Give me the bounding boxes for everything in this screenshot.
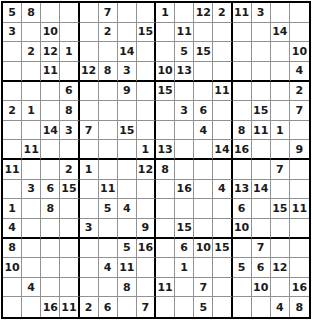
- grid-cell-empty[interactable]: [271, 140, 290, 160]
- grid-cell-given: 11: [252, 121, 271, 141]
- grid-cell-empty[interactable]: [175, 3, 194, 23]
- grid-cell-empty[interactable]: [137, 82, 156, 102]
- grid-cell-empty[interactable]: [233, 82, 252, 102]
- grid-cell-empty[interactable]: [22, 62, 41, 82]
- grid-cell-empty[interactable]: [3, 297, 22, 317]
- grid-cell-empty[interactable]: [60, 199, 79, 219]
- grid-cell-empty[interactable]: [290, 258, 309, 278]
- grid-cell-empty[interactable]: [175, 121, 194, 141]
- grid-cell-empty[interactable]: [175, 199, 194, 219]
- grid-cell-empty[interactable]: [41, 160, 60, 180]
- grid-cell-given: 4: [3, 219, 22, 239]
- grid-cell-given: 4: [118, 199, 137, 219]
- grid-cell-empty[interactable]: [271, 219, 290, 239]
- grid-cell-given: 1: [22, 101, 41, 121]
- grid-cell-given: 14: [271, 23, 290, 43]
- grid-cell-given: 11: [3, 160, 22, 180]
- grid-cell-empty[interactable]: [99, 160, 118, 180]
- grid-cell-empty[interactable]: [41, 278, 60, 298]
- grid-cell-empty[interactable]: [290, 160, 309, 180]
- grid-cell-given: 4: [99, 258, 118, 278]
- grid-cell-empty[interactable]: [233, 23, 252, 43]
- grid-cell-empty[interactable]: [213, 23, 232, 43]
- grid-cell-given: 16: [41, 297, 60, 317]
- grid-cell-empty[interactable]: [156, 258, 175, 278]
- grid-cell-given: 7: [271, 160, 290, 180]
- grid-cell-empty[interactable]: [194, 62, 213, 82]
- grid-cell-empty[interactable]: [156, 101, 175, 121]
- grid-cell-empty[interactable]: [194, 140, 213, 160]
- grid-cell-given: 1: [175, 258, 194, 278]
- grid-cell-empty[interactable]: [3, 278, 22, 298]
- grid-cell-given: 6: [99, 297, 118, 317]
- grid-cell-empty[interactable]: [137, 199, 156, 219]
- grid-cell-given: 9: [118, 82, 137, 102]
- grid-cell-given: 6: [233, 199, 252, 219]
- grid-cell-empty[interactable]: [271, 62, 290, 82]
- grid-cell-empty[interactable]: [99, 101, 118, 121]
- grid-cell-empty[interactable]: [22, 160, 41, 180]
- grid-cell-empty[interactable]: [99, 121, 118, 141]
- grid-cell-empty[interactable]: [137, 3, 156, 23]
- grid-cell-empty[interactable]: [137, 121, 156, 141]
- grid-cell-empty[interactable]: [3, 42, 22, 62]
- grid-cell-given: 15: [137, 23, 156, 43]
- grid-cell-given: 3: [3, 23, 22, 43]
- grid-cell-empty[interactable]: [80, 3, 99, 23]
- grid-cell-empty[interactable]: [118, 3, 137, 23]
- grid-cell-empty[interactable]: [137, 258, 156, 278]
- grid-cell-given: 8: [41, 199, 60, 219]
- grid-cell-given: 7: [194, 278, 213, 298]
- grid-cell-empty[interactable]: [3, 180, 22, 200]
- grid-cell-given: 6: [175, 239, 194, 259]
- grid-cell-given: 14: [118, 42, 137, 62]
- grid-cell-empty[interactable]: [118, 180, 137, 200]
- grid-cell-given: 1: [137, 140, 156, 160]
- grid-cell-given: 1: [271, 121, 290, 141]
- grid-cell-given: 10: [194, 239, 213, 259]
- grid-cell-empty[interactable]: [156, 42, 175, 62]
- grid-cell-empty[interactable]: [290, 219, 309, 239]
- grid-cell-given: 5: [3, 3, 22, 23]
- grid-cell-empty[interactable]: [3, 62, 22, 82]
- grid-cell-given: 16: [290, 278, 309, 298]
- grid-cell-empty[interactable]: [3, 121, 22, 141]
- grid-cell-given: 11: [60, 297, 79, 317]
- grid-cell-empty[interactable]: [194, 258, 213, 278]
- grid-cell-given: 8: [22, 3, 41, 23]
- grid-cell-given: 2: [22, 42, 41, 62]
- grid-cell-empty[interactable]: [60, 258, 79, 278]
- grid-cell-given: 11: [118, 258, 137, 278]
- grid-cell-empty[interactable]: [22, 199, 41, 219]
- grid-cell-given: 1: [60, 42, 79, 62]
- grid-cell-empty[interactable]: [60, 278, 79, 298]
- grid-cell-empty[interactable]: [290, 121, 309, 141]
- grid-cell-given: 8: [3, 239, 22, 259]
- grid-cell-empty[interactable]: [156, 239, 175, 259]
- grid-cell-empty[interactable]: [213, 297, 232, 317]
- grid-cell-given: 12: [271, 258, 290, 278]
- grid-cell-given: 1: [156, 3, 175, 23]
- grid-cell-empty[interactable]: [213, 219, 232, 239]
- grid-cell-empty[interactable]: [80, 101, 99, 121]
- grid-cell-empty[interactable]: [99, 82, 118, 102]
- grid-cell-given: 10: [252, 278, 271, 298]
- grid-cell-empty[interactable]: [137, 101, 156, 121]
- grid-cell-given: 2: [3, 101, 22, 121]
- grid-cell-given: 16: [175, 180, 194, 200]
- grid-cell-empty[interactable]: [252, 219, 271, 239]
- grid-cell-empty[interactable]: [118, 160, 137, 180]
- grid-cell-given: 2: [213, 3, 232, 23]
- grid-cell-given: 11: [213, 82, 232, 102]
- grid-cell-empty[interactable]: [99, 239, 118, 259]
- grid-cell-empty[interactable]: [60, 23, 79, 43]
- grid-cell-given: 3: [60, 121, 79, 141]
- grid-cell-given: 10: [41, 23, 60, 43]
- grid-cell-empty[interactable]: [252, 140, 271, 160]
- grid-cell-given: 6: [41, 180, 60, 200]
- grid-cell-empty[interactable]: [271, 3, 290, 23]
- grid-cell-given: 14: [252, 180, 271, 200]
- grid-cell-given: 10: [3, 258, 22, 278]
- grid-cell-empty[interactable]: [22, 258, 41, 278]
- grid-cell-given: 12: [80, 62, 99, 82]
- grid-cell-given: 11: [22, 140, 41, 160]
- grid-cell-empty[interactable]: [271, 239, 290, 259]
- grid-cell-given: 4: [213, 180, 232, 200]
- grid-cell-given: 9: [137, 219, 156, 239]
- grid-cell-empty[interactable]: [41, 101, 60, 121]
- grid-cell-empty[interactable]: [60, 239, 79, 259]
- grid-cell-empty[interactable]: [271, 278, 290, 298]
- grid-cell-empty[interactable]: [137, 42, 156, 62]
- grid-cell-given: 2: [60, 160, 79, 180]
- grid-cell-empty[interactable]: [156, 180, 175, 200]
- grid-cell-empty[interactable]: [80, 258, 99, 278]
- grid-cell-given: 5: [99, 199, 118, 219]
- grid-cell-given: 12: [41, 42, 60, 62]
- grid-cell-given: 2: [80, 297, 99, 317]
- grid-cell-empty[interactable]: [80, 199, 99, 219]
- grid-cell-empty[interactable]: [3, 82, 22, 102]
- grid-cell-given: 15: [118, 121, 137, 141]
- grid-cell-empty[interactable]: [213, 258, 232, 278]
- grid-cell-given: 3: [80, 219, 99, 239]
- grid-cell-given: 16: [233, 140, 252, 160]
- grid-cell-given: 15: [271, 199, 290, 219]
- grid-cell-given: 1: [80, 160, 99, 180]
- grid-cell-empty[interactable]: [118, 297, 137, 317]
- grid-cell-empty[interactable]: [290, 180, 309, 200]
- grid-cell-given: 6: [194, 101, 213, 121]
- grid-cell-given: 5: [118, 239, 137, 259]
- grid-cell-given: 1: [3, 199, 22, 219]
- grid-cell-given: 4: [290, 62, 309, 82]
- grid-cell-empty[interactable]: [41, 258, 60, 278]
- grid-cell-given: 4: [271, 297, 290, 317]
- grid-cell-empty[interactable]: [175, 82, 194, 102]
- grid-cell-empty[interactable]: [252, 82, 271, 102]
- grid-cell-empty[interactable]: [290, 3, 309, 23]
- grid-cell-empty[interactable]: [271, 42, 290, 62]
- grid-cell-empty[interactable]: [194, 219, 213, 239]
- grid-cell-empty[interactable]: [252, 297, 271, 317]
- grid-cell-empty[interactable]: [118, 140, 137, 160]
- grid-cell-given: 15: [194, 42, 213, 62]
- grid-cell-given: 15: [252, 101, 271, 121]
- grid-cell-empty[interactable]: [213, 160, 232, 180]
- grid-cell-empty[interactable]: [290, 23, 309, 43]
- grid-cell-given: 14: [41, 121, 60, 141]
- grid-cell-empty[interactable]: [41, 219, 60, 239]
- grid-cell-empty[interactable]: [175, 160, 194, 180]
- grid-cell-empty[interactable]: [137, 278, 156, 298]
- grid-cell-given: 13: [233, 180, 252, 200]
- grid-cell-given: 11: [156, 278, 175, 298]
- grid-cell-given: 7: [290, 101, 309, 121]
- grid-cell-given: 11: [41, 62, 60, 82]
- grid-cell-empty[interactable]: [60, 3, 79, 23]
- grid-cell-empty[interactable]: [3, 140, 22, 160]
- grid-cell-given: 8: [118, 278, 137, 298]
- grid-cell-empty[interactable]: [41, 82, 60, 102]
- grid-cell-empty[interactable]: [22, 82, 41, 102]
- grid-cell-empty[interactable]: [22, 23, 41, 43]
- grid-cell-empty[interactable]: [213, 278, 232, 298]
- grid-cell-empty[interactable]: [22, 297, 41, 317]
- grid-cell-empty[interactable]: [233, 62, 252, 82]
- grid-cell-given: 13: [156, 140, 175, 160]
- grid-cell-empty[interactable]: [175, 297, 194, 317]
- grid-cell-given: 5: [175, 42, 194, 62]
- grid-cell-empty[interactable]: [271, 180, 290, 200]
- grid-cell-empty[interactable]: [118, 219, 137, 239]
- grid-cell-empty[interactable]: [175, 278, 194, 298]
- grid-cell-empty[interactable]: [137, 180, 156, 200]
- grid-cell-empty[interactable]: [22, 239, 41, 259]
- grid-cell-given: 8: [233, 121, 252, 141]
- grid-cell-empty[interactable]: [80, 82, 99, 102]
- grid-cell-empty[interactable]: [233, 278, 252, 298]
- grid-cell-given: 8: [99, 62, 118, 82]
- grid-cell-empty[interactable]: [233, 42, 252, 62]
- grid-cell-empty[interactable]: [213, 62, 232, 82]
- grid-cell-given: 11: [290, 199, 309, 219]
- grid-cell-given: 15: [213, 239, 232, 259]
- grid-cell-empty[interactable]: [271, 101, 290, 121]
- grid-cell-empty[interactable]: [213, 42, 232, 62]
- grid-cell-given: 11: [233, 3, 252, 23]
- grid-cell-empty[interactable]: [156, 219, 175, 239]
- grid-cell-empty[interactable]: [99, 219, 118, 239]
- grid-cell-given: 15: [175, 219, 194, 239]
- grid-cell-given: 4: [22, 278, 41, 298]
- grid-cell-empty[interactable]: [194, 199, 213, 219]
- grid-cell-empty[interactable]: [175, 140, 194, 160]
- grid-cell-empty[interactable]: [213, 101, 232, 121]
- grid-cell-empty[interactable]: [60, 62, 79, 82]
- grid-cell-empty[interactable]: [41, 140, 60, 160]
- grid-cell-given: 3: [252, 3, 271, 23]
- grid-cell-empty[interactable]: [252, 23, 271, 43]
- grid-cell-empty[interactable]: [233, 297, 252, 317]
- grid-cell-empty[interactable]: [80, 140, 99, 160]
- grid-cell-given: 3: [118, 62, 137, 82]
- grid-cell-empty[interactable]: [80, 278, 99, 298]
- grid-cell-empty[interactable]: [99, 42, 118, 62]
- grid-cell-given: 8: [156, 160, 175, 180]
- grid-cell-given: 8: [290, 297, 309, 317]
- grid-cell-empty[interactable]: [290, 239, 309, 259]
- sudoku-board: 5871122113310215111421211451510111283101…: [1, 1, 311, 319]
- grid-cell-empty[interactable]: [80, 239, 99, 259]
- grid-cell-empty[interactable]: [80, 180, 99, 200]
- grid-cell-given: 7: [137, 297, 156, 317]
- grid-cell-given: 15: [60, 180, 79, 200]
- grid-cell-given: 16: [137, 239, 156, 259]
- grid-cell-empty[interactable]: [99, 140, 118, 160]
- grid-cell-given: 7: [99, 3, 118, 23]
- grid-cell-given: 2: [290, 82, 309, 102]
- grid-cell-empty[interactable]: [99, 278, 118, 298]
- grid-cell-empty[interactable]: [60, 140, 79, 160]
- grid-cell-empty[interactable]: [118, 23, 137, 43]
- grid-cell-given: 7: [252, 239, 271, 259]
- grid-cell-empty[interactable]: [41, 239, 60, 259]
- grid-cell-empty[interactable]: [41, 3, 60, 23]
- grid-cell-empty[interactable]: [156, 23, 175, 43]
- grid-cell-empty[interactable]: [233, 239, 252, 259]
- grid-cell-given: 9: [290, 140, 309, 160]
- grid-cell-empty[interactable]: [118, 101, 137, 121]
- grid-cell-empty[interactable]: [156, 297, 175, 317]
- grid-cell-empty[interactable]: [22, 219, 41, 239]
- grid-cell-given: 14: [213, 140, 232, 160]
- grid-cell-given: 7: [80, 121, 99, 141]
- grid-cell-given: 10: [156, 62, 175, 82]
- grid-cell-given: 3: [22, 180, 41, 200]
- grid-cell-given: 4: [194, 121, 213, 141]
- grid-cell-given: 8: [60, 101, 79, 121]
- grid-cell-empty[interactable]: [213, 121, 232, 141]
- grid-cell-empty[interactable]: [252, 62, 271, 82]
- grid-cell-empty[interactable]: [233, 101, 252, 121]
- grid-cell-given: 12: [194, 3, 213, 23]
- grid-cell-given: 12: [137, 160, 156, 180]
- grid-cell-empty[interactable]: [156, 199, 175, 219]
- grid-cell-empty[interactable]: [271, 82, 290, 102]
- grid-cell-empty[interactable]: [194, 180, 213, 200]
- grid-cell-empty[interactable]: [213, 199, 232, 219]
- grid-cell-empty[interactable]: [194, 160, 213, 180]
- grid-cell-empty[interactable]: [194, 82, 213, 102]
- grid-cell-given: 6: [252, 258, 271, 278]
- grid-cell-given: 3: [175, 101, 194, 121]
- grid-cell-empty[interactable]: [80, 42, 99, 62]
- grid-cell-given: 10: [233, 219, 252, 239]
- grid-cell-empty[interactable]: [60, 219, 79, 239]
- grid-cell-empty[interactable]: [252, 42, 271, 62]
- grid-cell-empty[interactable]: [233, 160, 252, 180]
- grid-cell-given: 15: [156, 82, 175, 102]
- grid-cell-given: 13: [175, 62, 194, 82]
- grid-cell-empty[interactable]: [194, 23, 213, 43]
- grid-cell-given: 5: [194, 297, 213, 317]
- grid-cell-empty[interactable]: [252, 160, 271, 180]
- grid-cell-empty[interactable]: [156, 121, 175, 141]
- grid-cell-empty[interactable]: [22, 121, 41, 141]
- grid-cell-given: 10: [290, 42, 309, 62]
- grid-cell-given: 11: [175, 23, 194, 43]
- grid-cell-empty[interactable]: [252, 199, 271, 219]
- grid-cell-given: 2: [99, 23, 118, 43]
- grid-cell-given: 11: [99, 180, 118, 200]
- grid-cell-empty[interactable]: [137, 62, 156, 82]
- grid-cell-given: 6: [60, 82, 79, 102]
- grid-cell-given: 5: [233, 258, 252, 278]
- grid-cell-empty[interactable]: [80, 23, 99, 43]
